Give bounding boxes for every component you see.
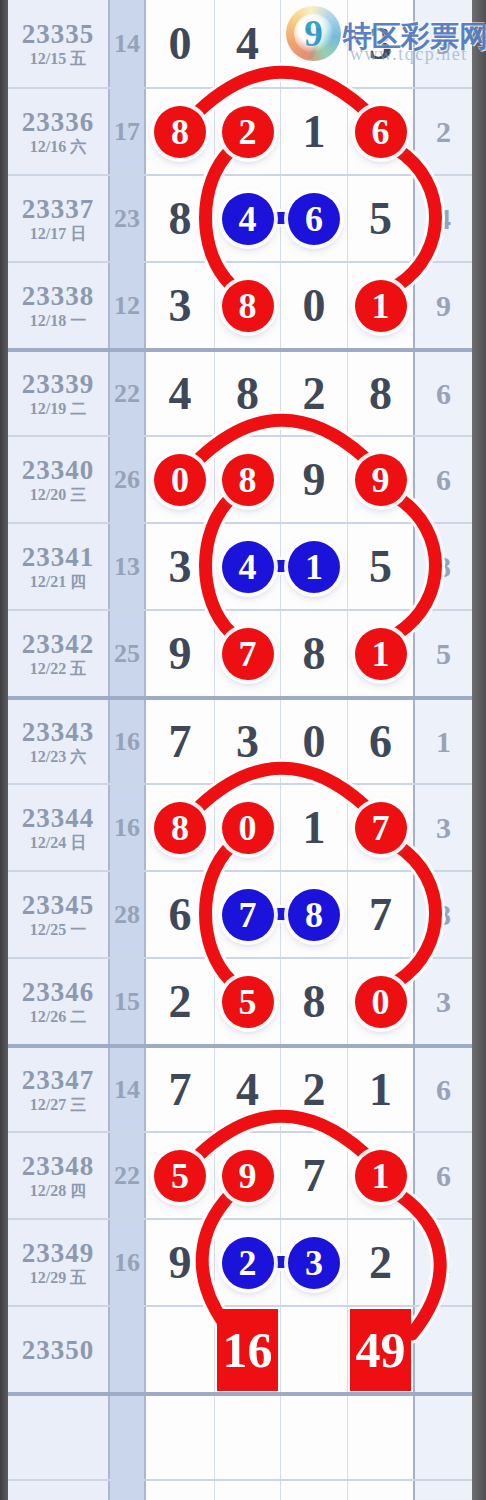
digit-cell: 1 — [348, 1133, 415, 1218]
period-number: 23345 — [22, 890, 95, 920]
chart-row: 2334912/29 五1692321 — [0, 1218, 486, 1305]
red-circled-digit: 8 — [154, 802, 206, 854]
chart-row: 2334712/27 三1474216 — [0, 1044, 486, 1131]
digit-cell: 0 — [146, 437, 215, 522]
extra-digit-cell: 9 — [415, 263, 472, 348]
period-number: 23348 — [22, 1151, 95, 1181]
digit-cell: 6 — [348, 89, 415, 174]
extra-digit-cell: 8 — [415, 524, 472, 609]
digit-cell: 5 — [215, 959, 281, 1044]
chart-row: 2333512/15 五1404739 — [0, 0, 486, 87]
draw-date: 12/19 二 — [30, 399, 86, 418]
period-cell: 2333712/17 日 — [8, 176, 108, 261]
chart-row: 233501649 — [0, 1305, 486, 1392]
draw-date: 12/21 四 — [30, 572, 86, 591]
extra-digit-cell: 6 — [415, 352, 472, 435]
digit-cell — [281, 1396, 348, 1479]
extra-digit-cell: 6 — [415, 1048, 472, 1131]
chart-row: 2333912/19 二2248286 — [0, 348, 486, 435]
extra-digit-cell: 1 — [415, 700, 472, 783]
chart-row: 2333712/17 日2384654 — [0, 174, 486, 261]
sum-cell: 23 — [108, 176, 146, 261]
red-circled-digit: 0 — [355, 976, 407, 1028]
draw-date: 12/28 四 — [30, 1181, 86, 1200]
sum-cell: 16 — [108, 700, 146, 783]
extra-digit-cell: 3 — [415, 959, 472, 1044]
digit-cell: 8 — [215, 263, 281, 348]
digit-cell: 0 — [281, 263, 348, 348]
period-number: 23339 — [22, 369, 95, 399]
extra-digit-cell: 4 — [415, 176, 472, 261]
period-cell: 2334612/26 二 — [8, 959, 108, 1044]
blue-circled-digit: 1 — [288, 541, 340, 593]
digit-cell: 5 — [348, 524, 415, 609]
red-circled-digit: 0 — [222, 802, 274, 854]
digit-cell: 2 — [146, 959, 215, 1044]
digit-cell: 1 — [281, 89, 348, 174]
red-circled-digit: 8 — [222, 454, 274, 506]
digit-cell: 3 — [348, 0, 415, 87]
blue-circled-digit: 4 — [222, 541, 274, 593]
chart-row: 2334812/28 四2259716 — [0, 1131, 486, 1218]
draw-date: 12/24 日 — [30, 833, 86, 852]
digit-cell: 4 — [215, 176, 281, 261]
period-number: 23349 — [22, 1238, 95, 1268]
red-circled-digit: 5 — [154, 1150, 206, 1202]
digit-cell: 2 — [215, 89, 281, 174]
result-block: 49 — [350, 1309, 411, 1391]
period-cell: 2334912/29 五 — [8, 1220, 108, 1305]
digit-cell: 7 — [146, 700, 215, 783]
digit-cell: 7 — [215, 611, 281, 696]
sum-cell: 14 — [108, 0, 146, 87]
digit-cell: 5 — [348, 176, 415, 261]
sum-cell: 12 — [108, 263, 146, 348]
digit-cell: 8 — [348, 352, 415, 435]
period-number: 23341 — [22, 542, 95, 572]
digit-cell: 3 — [146, 263, 215, 348]
digit-cell: 8 — [281, 872, 348, 957]
period-cell: 2334012/20 三 — [8, 437, 108, 522]
chart-row — [0, 1392, 486, 1479]
period-number: 23335 — [22, 19, 95, 49]
extra-digit-cell — [415, 1307, 472, 1392]
sum-cell: 22 — [108, 1133, 146, 1218]
blue-circled-digit: 4 — [222, 193, 274, 245]
draw-date: 12/26 二 — [30, 1007, 86, 1026]
draw-date: 12/29 五 — [30, 1268, 86, 1287]
chart-row: 2333812/18 一1238019 — [0, 261, 486, 348]
digit-cell — [281, 1481, 348, 1500]
digit-cell: 7 — [215, 872, 281, 957]
digit-cell: 9 — [146, 611, 215, 696]
period-number: 23350 — [22, 1335, 95, 1365]
digit-cell: 7 — [281, 0, 348, 87]
period-number: 23340 — [22, 455, 95, 485]
digit-cell — [146, 1396, 215, 1479]
period-cell: 2334512/25 一 — [8, 872, 108, 957]
period-cell: 2334112/21 四 — [8, 524, 108, 609]
period-number: 23346 — [22, 977, 95, 1007]
digit-cell: 7 — [348, 872, 415, 957]
extra-digit-cell — [415, 1396, 472, 1479]
extra-digit-cell: 1 — [415, 1220, 472, 1305]
blue-circled-digit: 6 — [288, 193, 340, 245]
digit-cell: 6 — [348, 700, 415, 783]
period-number: 23342 — [22, 629, 95, 659]
red-circled-digit: 2 — [222, 106, 274, 158]
extra-digit-cell: 2 — [415, 89, 472, 174]
digit-cell: 8 — [281, 959, 348, 1044]
digit-cell — [281, 1307, 348, 1392]
extra-digit-cell: 6 — [415, 1133, 472, 1218]
period-cell: 2334412/24 日 — [8, 785, 108, 870]
digit-cell: 9 — [146, 1220, 215, 1305]
chart-row: 2334212/22 五2597815 — [0, 609, 486, 696]
extra-digit-cell: 3 — [415, 785, 472, 870]
draw-date: 12/25 一 — [30, 920, 86, 939]
period-number: 23338 — [22, 281, 95, 311]
digit-cell: 8 — [146, 89, 215, 174]
digit-cell — [348, 1481, 415, 1500]
draw-date: 12/20 三 — [30, 485, 86, 504]
red-circled-digit: 7 — [355, 802, 407, 854]
digit-cell — [215, 1396, 281, 1479]
period-number: 23336 — [22, 107, 95, 137]
digit-cell: 6 — [146, 872, 215, 957]
sum-cell: 26 — [108, 437, 146, 522]
sum-cell — [108, 1307, 146, 1392]
digit-cell: 8 — [146, 176, 215, 261]
red-circled-digit: 5 — [222, 976, 274, 1028]
digit-cell: 5 — [146, 1133, 215, 1218]
digit-cell: 0 — [146, 0, 215, 87]
digit-cell: 0 — [281, 700, 348, 783]
sum-cell: 14 — [108, 1048, 146, 1131]
left-page-edge — [0, 0, 8, 1500]
digit-cell: 3 — [215, 700, 281, 783]
sum-cell: 22 — [108, 352, 146, 435]
sum-cell: 16 — [108, 1220, 146, 1305]
sum-cell — [108, 1396, 146, 1479]
extra-digit-cell: 8 — [415, 872, 472, 957]
digit-cell: 1 — [281, 524, 348, 609]
digit-cell: 3 — [146, 524, 215, 609]
digit-cell: 2 — [348, 1220, 415, 1305]
extra-digit-cell: 9 — [415, 0, 472, 87]
digit-cell: 4 — [215, 0, 281, 87]
digit-cell: 49 — [348, 1307, 415, 1392]
period-cell: 2334712/27 三 — [8, 1048, 108, 1131]
red-circled-digit: 0 — [154, 454, 206, 506]
digit-cell: 1 — [348, 611, 415, 696]
digit-cell: 8 — [281, 611, 348, 696]
sum-cell — [108, 1481, 146, 1500]
digit-cell: 4 — [215, 524, 281, 609]
chart-row: 2334112/21 四1334158 — [0, 522, 486, 609]
digit-cell: 8 — [215, 352, 281, 435]
sum-cell: 17 — [108, 89, 146, 174]
digit-cell — [146, 1481, 215, 1500]
period-cell — [8, 1481, 108, 1500]
chart-row: 2334312/23 六1673061 — [0, 696, 486, 783]
digit-cell: 9 — [348, 437, 415, 522]
period-cell: 2333612/16 六 — [8, 89, 108, 174]
sum-cell: 15 — [108, 959, 146, 1044]
digit-cell: 7 — [281, 1133, 348, 1218]
period-cell: 2334312/23 六 — [8, 700, 108, 783]
blue-circled-digit: 8 — [288, 889, 340, 941]
chart-row: 2334612/26 二1525803 — [0, 957, 486, 1044]
red-circled-digit: 8 — [154, 106, 206, 158]
period-cell: 23350 — [8, 1307, 108, 1392]
draw-date: 12/23 六 — [30, 747, 86, 766]
chart-row: 2334012/20 三2608996 — [0, 435, 486, 522]
result-block: 16 — [217, 1309, 278, 1391]
digit-cell — [146, 1307, 215, 1392]
blue-circled-digit: 3 — [288, 1237, 340, 1289]
red-circled-digit: 8 — [222, 280, 274, 332]
draw-date: 12/15 五 — [30, 49, 86, 68]
sum-cell: 25 — [108, 611, 146, 696]
digit-cell: 2 — [215, 1220, 281, 1305]
digit-cell: 2 — [281, 352, 348, 435]
blue-circled-digit: 2 — [222, 1237, 274, 1289]
period-cell: 2333912/19 二 — [8, 352, 108, 435]
chart-grid: 2333512/15 五14047392333612/16 六178216223… — [0, 0, 486, 1500]
right-page-edge — [472, 0, 486, 1500]
period-cell: 2333812/18 一 — [8, 263, 108, 348]
extra-digit-cell: 6 — [415, 437, 472, 522]
digit-cell: 7 — [146, 1048, 215, 1131]
red-circled-digit: 9 — [355, 454, 407, 506]
extra-digit-cell — [415, 1481, 472, 1500]
red-circled-digit: 1 — [355, 1150, 407, 1202]
digit-cell: 8 — [215, 437, 281, 522]
digit-cell — [215, 1481, 281, 1500]
digit-cell: 16 — [215, 1307, 281, 1392]
digit-cell: 8 — [146, 785, 215, 870]
red-circled-digit: 1 — [355, 280, 407, 332]
sum-cell: 28 — [108, 872, 146, 957]
chart-row: 2334512/25 一2867878 — [0, 870, 486, 957]
digit-cell: 4 — [146, 352, 215, 435]
period-number: 23337 — [22, 194, 95, 224]
draw-date: 12/17 日 — [30, 224, 86, 243]
digit-cell: 1 — [348, 1048, 415, 1131]
period-number: 23347 — [22, 1065, 95, 1095]
digit-cell: 4 — [215, 1048, 281, 1131]
digit-cell: 7 — [348, 785, 415, 870]
period-cell — [8, 1396, 108, 1479]
digit-cell: 1 — [348, 263, 415, 348]
red-circled-digit: 7 — [222, 628, 274, 680]
digit-cell: 0 — [348, 959, 415, 1044]
draw-date: 12/27 三 — [30, 1095, 86, 1114]
digit-cell: 3 — [281, 1220, 348, 1305]
chart-row: 2333612/16 六1782162 — [0, 87, 486, 174]
period-cell: 2333512/15 五 — [8, 0, 108, 87]
chart-row — [0, 1479, 486, 1500]
digit-cell: 9 — [281, 437, 348, 522]
period-cell: 2334212/22 五 — [8, 611, 108, 696]
red-circled-digit: 6 — [355, 106, 407, 158]
digit-cell: 6 — [281, 176, 348, 261]
red-circled-digit: 9 — [222, 1150, 274, 1202]
draw-date: 12/22 五 — [30, 659, 86, 678]
chart-row: 2334412/24 日1680173 — [0, 783, 486, 870]
digit-cell: 0 — [215, 785, 281, 870]
sum-cell: 16 — [108, 785, 146, 870]
digit-cell — [348, 1396, 415, 1479]
digit-cell: 9 — [215, 1133, 281, 1218]
draw-date: 12/16 六 — [30, 137, 86, 156]
period-number: 23344 — [22, 803, 95, 833]
draw-date: 12/18 一 — [30, 311, 86, 330]
extra-digit-cell: 5 — [415, 611, 472, 696]
lottery-trend-chart: 2333512/15 五14047392333612/16 六178216223… — [0, 0, 486, 1500]
sum-cell: 13 — [108, 524, 146, 609]
blue-circled-digit: 7 — [222, 889, 274, 941]
period-cell: 2334812/28 四 — [8, 1133, 108, 1218]
red-circled-digit: 1 — [355, 628, 407, 680]
period-number: 23343 — [22, 717, 95, 747]
digit-cell: 2 — [281, 1048, 348, 1131]
digit-cell: 1 — [281, 785, 348, 870]
